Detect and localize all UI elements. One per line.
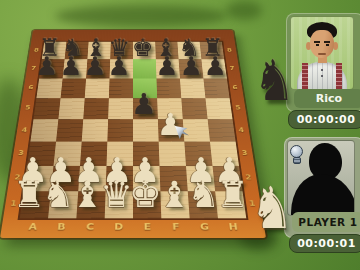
file-label-B: B xyxy=(53,222,70,231)
square-a5[interactable] xyxy=(33,98,60,119)
square-c5[interactable] xyxy=(83,98,109,119)
piece-black-pawn-d7[interactable]: ♟ xyxy=(106,54,132,80)
player-name-black: Rico xyxy=(294,89,360,108)
square-c4[interactable] xyxy=(82,119,108,141)
player-clock-black: 00:00:00 xyxy=(288,110,360,129)
file-label-E: E xyxy=(139,222,155,231)
piece-black-pawn-b7[interactable]: ♟ xyxy=(58,54,84,80)
piece-black-pawn-g7[interactable]: ♟ xyxy=(178,54,204,80)
file-label-G: G xyxy=(196,222,213,231)
file-label-C: C xyxy=(82,222,98,231)
piece-shadow-blob xyxy=(55,5,227,27)
black-knight-icon: ♞ xyxy=(254,53,295,109)
player-name-white: PLAYER 1 xyxy=(292,212,360,232)
rico-eye xyxy=(326,44,329,46)
piece-black-king-e8[interactable]: ♚ xyxy=(131,36,155,60)
square-e7[interactable] xyxy=(133,59,156,78)
player-clock-white: 00:00:01 xyxy=(289,234,360,253)
rico-mouth xyxy=(318,53,326,55)
piece-black-pawn-f7[interactable]: ♟ xyxy=(154,54,180,80)
rico-button xyxy=(321,75,323,77)
avatar-rico xyxy=(290,16,354,90)
rico-suspender xyxy=(336,63,342,90)
square-h6[interactable] xyxy=(203,78,229,98)
rank-label-right-4: 4 xyxy=(234,127,248,133)
rank-label-left-4: 4 xyxy=(18,127,32,133)
square-h5[interactable] xyxy=(205,98,232,119)
rank-label-right-5: 5 xyxy=(231,106,244,111)
rico-eyebrow xyxy=(324,41,330,43)
rico-eyebrow xyxy=(314,41,320,43)
square-b4[interactable] xyxy=(56,119,83,141)
square-a6[interactable] xyxy=(36,78,62,98)
square-f3[interactable] xyxy=(159,142,186,166)
file-label-D: D xyxy=(111,222,127,231)
hint-lightbulb-icon[interactable] xyxy=(289,145,305,167)
rank-label-left-5: 5 xyxy=(21,106,34,111)
square-b6[interactable] xyxy=(61,78,87,98)
rank-label-right-6: 6 xyxy=(229,85,242,90)
file-label-A: A xyxy=(24,222,41,231)
square-d4[interactable] xyxy=(107,119,133,141)
square-h4[interactable] xyxy=(208,119,236,141)
piece-black-pawn-e5[interactable]: ♟ xyxy=(129,90,158,119)
square-a4[interactable] xyxy=(30,119,58,141)
piece-black-pawn-c7[interactable]: ♟ xyxy=(82,54,108,80)
piece-shadow-blob xyxy=(226,1,262,20)
rico-eye xyxy=(316,44,319,46)
white-knight-icon: ♞ xyxy=(251,179,294,237)
square-g6[interactable] xyxy=(180,78,206,98)
file-label-H: H xyxy=(225,222,242,231)
rico-button xyxy=(321,69,323,71)
silhouette-shoulders xyxy=(291,174,355,216)
file-label-F: F xyxy=(168,222,184,231)
rank-label-left-6: 6 xyxy=(24,85,37,90)
square-f6[interactable] xyxy=(156,78,181,98)
bulb-base xyxy=(293,157,301,164)
rico-suspender xyxy=(302,63,308,90)
piece-white-rook-h1[interactable]: ♜ xyxy=(215,177,251,213)
piece-black-pawn-h7[interactable]: ♟ xyxy=(202,54,228,80)
game-window: 88A77B66C55D44E33F22G11H ♜♞♝♛♚♝♞♜♟♟♟♟♟♟♟… xyxy=(0,0,360,270)
piece-black-pawn-a7[interactable]: ♟ xyxy=(34,54,60,80)
square-g4[interactable] xyxy=(183,119,210,141)
square-b5[interactable] xyxy=(58,98,84,119)
square-c6[interactable] xyxy=(85,78,110,98)
